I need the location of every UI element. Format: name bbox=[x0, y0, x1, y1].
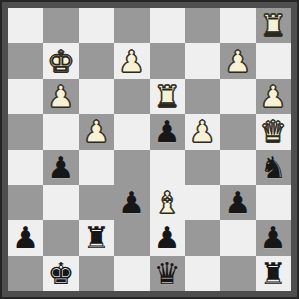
square-f5[interactable]: ♟ bbox=[185, 114, 220, 149]
square-h1[interactable]: ♜ bbox=[256, 256, 291, 291]
white-pawn-b6: ♟ bbox=[48, 79, 75, 114]
square-g8[interactable] bbox=[220, 8, 255, 43]
square-c4[interactable] bbox=[79, 150, 114, 185]
white-bishop-e3: ♝ bbox=[154, 185, 181, 220]
white-pawn-c5: ♟ bbox=[83, 114, 110, 149]
square-f1[interactable] bbox=[185, 256, 220, 291]
black-king-b1: ♚ bbox=[48, 256, 75, 291]
black-queen-e1: ♛ bbox=[154, 256, 181, 291]
black-pawn-d3: ♟ bbox=[118, 185, 145, 220]
square-d4[interactable] bbox=[114, 150, 149, 185]
square-d7[interactable]: ♟ bbox=[114, 43, 149, 78]
white-pawn-h6: ♟ bbox=[260, 79, 287, 114]
square-g4[interactable] bbox=[220, 150, 255, 185]
square-d3[interactable]: ♟ bbox=[114, 185, 149, 220]
square-h3[interactable] bbox=[256, 185, 291, 220]
square-h8[interactable]: ♜ bbox=[256, 8, 291, 43]
square-d2[interactable] bbox=[114, 220, 149, 255]
black-pawn-a2: ♟ bbox=[12, 220, 39, 255]
square-e1[interactable]: ♛ bbox=[150, 256, 185, 291]
black-rook-h1: ♜ bbox=[260, 256, 287, 291]
square-a7[interactable] bbox=[8, 43, 43, 78]
square-c1[interactable] bbox=[79, 256, 114, 291]
square-a2[interactable]: ♟ bbox=[8, 220, 43, 255]
square-b3[interactable] bbox=[43, 185, 78, 220]
square-h2[interactable]: ♟ bbox=[256, 220, 291, 255]
white-rook-h8: ♜ bbox=[260, 8, 287, 43]
square-b1[interactable]: ♚ bbox=[43, 256, 78, 291]
square-g2[interactable] bbox=[220, 220, 255, 255]
square-d8[interactable] bbox=[114, 8, 149, 43]
square-a1[interactable] bbox=[8, 256, 43, 291]
square-f4[interactable] bbox=[185, 150, 220, 185]
square-c7[interactable] bbox=[79, 43, 114, 78]
square-g6[interactable] bbox=[220, 79, 255, 114]
white-pawn-f5: ♟ bbox=[189, 114, 216, 149]
white-rook-e6: ♜ bbox=[154, 79, 181, 114]
square-d1[interactable] bbox=[114, 256, 149, 291]
white-king-b7: ♚ bbox=[48, 44, 75, 79]
square-c5[interactable]: ♟ bbox=[79, 114, 114, 149]
square-a4[interactable] bbox=[8, 150, 43, 185]
square-g3[interactable]: ♟ bbox=[220, 185, 255, 220]
black-knight-h4: ♞ bbox=[260, 150, 287, 185]
square-c6[interactable] bbox=[79, 79, 114, 114]
square-e6[interactable]: ♜ bbox=[150, 79, 185, 114]
square-c8[interactable] bbox=[79, 8, 114, 43]
square-d6[interactable] bbox=[114, 79, 149, 114]
square-e7[interactable] bbox=[150, 43, 185, 78]
square-f2[interactable] bbox=[185, 220, 220, 255]
black-pawn-h2: ♟ bbox=[260, 220, 287, 255]
square-b8[interactable] bbox=[43, 8, 78, 43]
square-b5[interactable] bbox=[43, 114, 78, 149]
white-pawn-d7: ♟ bbox=[118, 44, 145, 79]
square-c2[interactable]: ♜ bbox=[79, 220, 114, 255]
square-f7[interactable] bbox=[185, 43, 220, 78]
square-f3[interactable] bbox=[185, 185, 220, 220]
square-h7[interactable] bbox=[256, 43, 291, 78]
square-a6[interactable] bbox=[8, 79, 43, 114]
square-e2[interactable]: ♟ bbox=[150, 220, 185, 255]
black-rook-c2: ♜ bbox=[83, 220, 110, 255]
white-pawn-g7: ♟ bbox=[224, 44, 251, 79]
black-pawn-e2: ♟ bbox=[154, 220, 181, 255]
square-d5[interactable] bbox=[114, 114, 149, 149]
square-a3[interactable] bbox=[8, 185, 43, 220]
square-e4[interactable] bbox=[150, 150, 185, 185]
square-c3[interactable] bbox=[79, 185, 114, 220]
black-pawn-e5: ♟ bbox=[154, 114, 181, 149]
square-g7[interactable]: ♟ bbox=[220, 43, 255, 78]
square-e8[interactable] bbox=[150, 8, 185, 43]
square-h5[interactable]: ♛ bbox=[256, 114, 291, 149]
black-pawn-b4: ♟ bbox=[48, 150, 75, 185]
square-g5[interactable] bbox=[220, 114, 255, 149]
white-queen-h5: ♛ bbox=[260, 114, 287, 149]
square-f6[interactable] bbox=[185, 79, 220, 114]
square-b4[interactable]: ♟ bbox=[43, 150, 78, 185]
square-h6[interactable]: ♟ bbox=[256, 79, 291, 114]
square-a8[interactable] bbox=[8, 8, 43, 43]
square-e5[interactable]: ♟ bbox=[150, 114, 185, 149]
square-b7[interactable]: ♚ bbox=[43, 43, 78, 78]
black-pawn-g3: ♟ bbox=[224, 185, 251, 220]
chess-board: ♜♚♟♟♟♜♟♟♟♟♛♟♞♟♝♟♟♜♟♟♚♛♜ bbox=[8, 8, 291, 291]
square-g1[interactable] bbox=[220, 256, 255, 291]
square-h4[interactable]: ♞ bbox=[256, 150, 291, 185]
square-b6[interactable]: ♟ bbox=[43, 79, 78, 114]
board-frame: ♜♚♟♟♟♜♟♟♟♟♛♟♞♟♝♟♟♜♟♟♚♛♜ bbox=[0, 0, 299, 299]
square-e3[interactable]: ♝ bbox=[150, 185, 185, 220]
square-b2[interactable] bbox=[43, 220, 78, 255]
square-f8[interactable] bbox=[185, 8, 220, 43]
square-a5[interactable] bbox=[8, 114, 43, 149]
